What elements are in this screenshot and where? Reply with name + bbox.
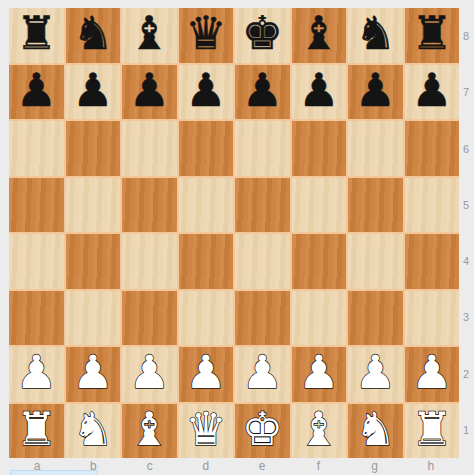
white-pawn[interactable]: ♟ xyxy=(242,349,283,395)
square-h4[interactable] xyxy=(405,234,460,289)
square-f2[interactable]: ♟ xyxy=(292,347,347,402)
square-h8[interactable]: ♜ xyxy=(405,8,460,63)
square-d1[interactable]: ♛ xyxy=(179,404,234,459)
black-rook[interactable]: ♜ xyxy=(16,10,57,56)
square-e3[interactable] xyxy=(235,291,290,346)
square-b7[interactable]: ♟ xyxy=(66,65,121,120)
rank-label-2: 2 xyxy=(458,346,474,402)
square-b4[interactable] xyxy=(66,234,121,289)
square-g1[interactable]: ♞ xyxy=(348,404,403,459)
square-c7[interactable]: ♟ xyxy=(122,65,177,120)
square-b3[interactable] xyxy=(66,291,121,346)
square-a8[interactable]: ♜ xyxy=(9,8,64,63)
black-pawn[interactable]: ♟ xyxy=(72,67,113,113)
bottom-partial-widget[interactable] xyxy=(10,470,98,475)
square-f8[interactable]: ♝ xyxy=(292,8,347,63)
square-d5[interactable] xyxy=(179,178,234,233)
square-a6[interactable] xyxy=(9,121,64,176)
white-queen[interactable]: ♛ xyxy=(185,406,226,452)
square-e7[interactable]: ♟ xyxy=(235,65,290,120)
square-d4[interactable] xyxy=(179,234,234,289)
rank-label-8: 8 xyxy=(458,8,474,64)
square-a1[interactable]: ♜ xyxy=(9,404,64,459)
rank-label-1: 1 xyxy=(458,402,474,458)
square-b8[interactable]: ♞ xyxy=(66,8,121,63)
square-f5[interactable] xyxy=(292,178,347,233)
white-pawn[interactable]: ♟ xyxy=(411,349,452,395)
square-c4[interactable] xyxy=(122,234,177,289)
white-rook[interactable]: ♜ xyxy=(16,406,57,452)
square-d6[interactable] xyxy=(179,121,234,176)
square-e6[interactable] xyxy=(235,121,290,176)
square-g6[interactable] xyxy=(348,121,403,176)
square-b1[interactable]: ♞ xyxy=(66,404,121,459)
square-a5[interactable] xyxy=(9,178,64,233)
square-f6[interactable] xyxy=(292,121,347,176)
square-h7[interactable]: ♟ xyxy=(405,65,460,120)
square-g7[interactable]: ♟ xyxy=(348,65,403,120)
square-b6[interactable] xyxy=(66,121,121,176)
square-h3[interactable] xyxy=(405,291,460,346)
square-f7[interactable]: ♟ xyxy=(292,65,347,120)
rank-label-5: 5 xyxy=(458,177,474,233)
square-h2[interactable]: ♟ xyxy=(405,347,460,402)
square-e5[interactable] xyxy=(235,178,290,233)
black-bishop[interactable]: ♝ xyxy=(298,10,339,56)
square-e2[interactable]: ♟ xyxy=(235,347,290,402)
square-d7[interactable]: ♟ xyxy=(179,65,234,120)
square-g5[interactable] xyxy=(348,178,403,233)
square-e1[interactable]: ♚ xyxy=(235,404,290,459)
square-d3[interactable] xyxy=(179,291,234,346)
square-d8[interactable]: ♛ xyxy=(179,8,234,63)
square-h1[interactable]: ♜ xyxy=(405,404,460,459)
white-rook[interactable]: ♜ xyxy=(411,406,452,452)
file-label-d: d xyxy=(178,457,234,474)
rank-coordinates: 87654321 xyxy=(458,8,474,458)
black-pawn[interactable]: ♟ xyxy=(16,67,57,113)
square-c5[interactable] xyxy=(122,178,177,233)
square-c1[interactable]: ♝ xyxy=(122,404,177,459)
square-g3[interactable] xyxy=(348,291,403,346)
white-pawn[interactable]: ♟ xyxy=(16,349,57,395)
square-b2[interactable]: ♟ xyxy=(66,347,121,402)
black-pawn[interactable]: ♟ xyxy=(129,67,170,113)
square-g8[interactable]: ♞ xyxy=(348,8,403,63)
black-pawn[interactable]: ♟ xyxy=(355,67,396,113)
square-e4[interactable] xyxy=(235,234,290,289)
white-bishop[interactable]: ♝ xyxy=(129,406,170,452)
white-pawn[interactable]: ♟ xyxy=(129,349,170,395)
square-f3[interactable] xyxy=(292,291,347,346)
square-a4[interactable] xyxy=(9,234,64,289)
file-label-h: h xyxy=(403,457,459,474)
white-king[interactable]: ♚ xyxy=(242,406,283,452)
rank-label-3: 3 xyxy=(458,289,474,345)
rank-label-6: 6 xyxy=(458,121,474,177)
square-g2[interactable]: ♟ xyxy=(348,347,403,402)
white-pawn[interactable]: ♟ xyxy=(185,349,226,395)
square-g4[interactable] xyxy=(348,234,403,289)
square-f1[interactable]: ♝ xyxy=(292,404,347,459)
square-c6[interactable] xyxy=(122,121,177,176)
rank-label-4: 4 xyxy=(458,233,474,289)
black-knight[interactable]: ♞ xyxy=(355,10,396,56)
black-pawn[interactable]: ♟ xyxy=(242,67,283,113)
white-knight[interactable]: ♞ xyxy=(355,406,396,452)
black-queen[interactable]: ♛ xyxy=(185,10,226,56)
black-rook[interactable]: ♜ xyxy=(411,10,452,56)
square-a2[interactable]: ♟ xyxy=(9,347,64,402)
white-pawn[interactable]: ♟ xyxy=(298,349,339,395)
square-a7[interactable]: ♟ xyxy=(9,65,64,120)
file-label-g: g xyxy=(347,457,403,474)
white-pawn[interactable]: ♟ xyxy=(355,349,396,395)
square-f4[interactable] xyxy=(292,234,347,289)
white-bishop[interactable]: ♝ xyxy=(298,406,339,452)
square-c3[interactable] xyxy=(122,291,177,346)
white-pawn[interactable]: ♟ xyxy=(72,349,113,395)
chess-board: ♜♞♝♛♚♝♞♜♟♟♟♟♟♟♟♟♟♟♟♟♟♟♟♟♜♞♝♛♚♝♞♜ xyxy=(9,8,459,458)
chess-app-stage: ♜♞♝♛♚♝♞♜♟♟♟♟♟♟♟♟♟♟♟♟♟♟♟♟♜♞♝♛♚♝♞♜ 8765432… xyxy=(0,0,474,475)
file-label-c: c xyxy=(122,457,178,474)
square-h5[interactable] xyxy=(405,178,460,233)
black-pawn[interactable]: ♟ xyxy=(411,67,452,113)
file-label-e: e xyxy=(234,457,290,474)
file-label-f: f xyxy=(290,457,346,474)
square-d2[interactable]: ♟ xyxy=(179,347,234,402)
square-a3[interactable] xyxy=(9,291,64,346)
square-c2[interactable]: ♟ xyxy=(122,347,177,402)
black-bishop[interactable]: ♝ xyxy=(129,10,170,56)
black-knight[interactable]: ♞ xyxy=(72,10,113,56)
square-e8[interactable]: ♚ xyxy=(235,8,290,63)
rank-label-7: 7 xyxy=(458,64,474,120)
square-c8[interactable]: ♝ xyxy=(122,8,177,63)
white-knight[interactable]: ♞ xyxy=(72,406,113,452)
black-king[interactable]: ♚ xyxy=(242,10,283,56)
black-pawn[interactable]: ♟ xyxy=(298,67,339,113)
black-pawn[interactable]: ♟ xyxy=(185,67,226,113)
square-b5[interactable] xyxy=(66,178,121,233)
square-h6[interactable] xyxy=(405,121,460,176)
